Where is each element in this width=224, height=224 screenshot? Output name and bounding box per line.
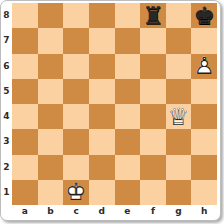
rank-label-1: 1 xyxy=(1,180,12,205)
rank-label-6: 6 xyxy=(1,54,12,79)
square-d7[interactable] xyxy=(89,28,115,53)
square-e4[interactable] xyxy=(115,104,141,129)
rank-label-4: 4 xyxy=(1,104,12,129)
file-label-f: f xyxy=(140,205,166,218)
file-label-c: c xyxy=(63,205,89,218)
square-d5[interactable] xyxy=(89,79,115,104)
square-h7[interactable] xyxy=(191,28,217,53)
square-f4[interactable] xyxy=(140,104,166,129)
chess-diagram-frame: 87654321 ♜♚♟♙♛♕♚♔ abcdefgh xyxy=(0,0,221,221)
square-e6[interactable] xyxy=(115,54,141,79)
piece-black-king[interactable]: ♚ xyxy=(193,4,215,28)
square-a7[interactable] xyxy=(12,28,38,53)
square-b1[interactable] xyxy=(38,180,64,205)
square-g5[interactable] xyxy=(166,79,192,104)
square-g3[interactable] xyxy=(166,129,192,154)
file-label-b: b xyxy=(38,205,64,218)
square-d8[interactable] xyxy=(89,3,115,28)
square-b3[interactable] xyxy=(38,129,64,154)
file-labels: abcdefgh xyxy=(12,205,217,218)
white-queen-outline-glyph: ♕ xyxy=(168,103,190,131)
square-e2[interactable] xyxy=(115,155,141,180)
square-a5[interactable] xyxy=(12,79,38,104)
file-label-a: a xyxy=(12,205,38,218)
square-c4[interactable] xyxy=(63,104,89,129)
square-a1[interactable] xyxy=(12,180,38,205)
square-f6[interactable] xyxy=(140,54,166,79)
square-f3[interactable] xyxy=(140,129,166,154)
square-c6[interactable] xyxy=(63,54,89,79)
square-h5[interactable] xyxy=(191,79,217,104)
chess-board: ♜♚♟♙♛♕♚♔ xyxy=(12,3,217,205)
square-g1[interactable] xyxy=(166,180,192,205)
square-a4[interactable] xyxy=(12,104,38,129)
square-g8[interactable] xyxy=(166,3,192,28)
square-d2[interactable] xyxy=(89,155,115,180)
square-b8[interactable] xyxy=(38,3,64,28)
square-h3[interactable] xyxy=(191,129,217,154)
square-d3[interactable] xyxy=(89,129,115,154)
piece-white-queen[interactable]: ♛♕ xyxy=(168,105,190,129)
rank-label-7: 7 xyxy=(1,28,12,53)
square-e3[interactable] xyxy=(115,129,141,154)
square-c5[interactable] xyxy=(63,79,89,104)
square-h8[interactable]: ♚ xyxy=(191,3,217,28)
file-label-e: e xyxy=(115,205,141,218)
square-h1[interactable] xyxy=(191,180,217,205)
square-e8[interactable] xyxy=(115,3,141,28)
square-g4[interactable]: ♛♕ xyxy=(166,104,192,129)
rank-label-5: 5 xyxy=(1,79,12,104)
square-g2[interactable] xyxy=(166,155,192,180)
square-f1[interactable] xyxy=(140,180,166,205)
square-b6[interactable] xyxy=(38,54,64,79)
square-g7[interactable] xyxy=(166,28,192,53)
square-c8[interactable] xyxy=(63,3,89,28)
rank-labels: 87654321 xyxy=(1,3,12,205)
square-a3[interactable] xyxy=(12,129,38,154)
rank-label-3: 3 xyxy=(1,129,12,154)
square-d4[interactable] xyxy=(89,104,115,129)
square-g6[interactable] xyxy=(166,54,192,79)
square-f5[interactable] xyxy=(140,79,166,104)
square-c2[interactable] xyxy=(63,155,89,180)
square-f7[interactable] xyxy=(140,28,166,53)
file-label-h: h xyxy=(191,205,217,218)
rank-label-2: 2 xyxy=(1,155,12,180)
file-label-d: d xyxy=(89,205,115,218)
square-b5[interactable] xyxy=(38,79,64,104)
square-e1[interactable] xyxy=(115,180,141,205)
square-b2[interactable] xyxy=(38,155,64,180)
square-h2[interactable] xyxy=(191,155,217,180)
square-c3[interactable] xyxy=(63,129,89,154)
square-f2[interactable] xyxy=(140,155,166,180)
square-c7[interactable] xyxy=(63,28,89,53)
square-e7[interactable] xyxy=(115,28,141,53)
file-label-g: g xyxy=(166,205,192,218)
square-c1[interactable]: ♚♔ xyxy=(63,180,89,205)
square-e5[interactable] xyxy=(115,79,141,104)
white-king-outline-glyph: ♔ xyxy=(65,178,87,206)
square-a8[interactable] xyxy=(12,3,38,28)
piece-white-pawn[interactable]: ♟♙ xyxy=(193,54,215,78)
white-pawn-outline-glyph: ♙ xyxy=(193,52,215,80)
piece-white-king[interactable]: ♚♔ xyxy=(65,180,87,204)
square-a6[interactable] xyxy=(12,54,38,79)
piece-black-rook[interactable]: ♜ xyxy=(142,4,164,28)
square-f8[interactable]: ♜ xyxy=(140,3,166,28)
square-h6[interactable]: ♟♙ xyxy=(191,54,217,79)
square-d6[interactable] xyxy=(89,54,115,79)
square-b4[interactable] xyxy=(38,104,64,129)
square-b7[interactable] xyxy=(38,28,64,53)
rank-label-8: 8 xyxy=(1,3,12,28)
square-a2[interactable] xyxy=(12,155,38,180)
square-d1[interactable] xyxy=(89,180,115,205)
square-h4[interactable] xyxy=(191,104,217,129)
